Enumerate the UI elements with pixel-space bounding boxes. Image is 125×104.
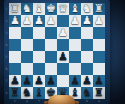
square-g8[interactable]: ♞ [21, 87, 33, 99]
square-f3[interactable] [33, 27, 45, 39]
square-e3[interactable] [45, 27, 57, 39]
game-scene: 12345678 ♜♞♝♚♛♝♞♜♟♟♟♟♟♟♟♟♟♟♟♟♟♟♟♟♜♞♝♚♛♝♞… [0, 0, 125, 104]
square-b8[interactable]: ♞ [81, 87, 93, 99]
square-g2[interactable]: ♟ [21, 15, 33, 27]
file-label-h: h [9, 99, 21, 104]
square-e5[interactable] [45, 51, 57, 63]
piece-wP-b2[interactable]: ♟ [81, 15, 93, 27]
square-b3[interactable] [81, 27, 93, 39]
piece-wQ-d1[interactable]: ♛ [57, 3, 69, 15]
square-a5[interactable] [93, 51, 105, 63]
square-f4[interactable] [33, 39, 45, 51]
piece-wP-c2[interactable]: ♟ [69, 15, 81, 27]
square-b4[interactable] [81, 39, 93, 51]
file-label-a: a [93, 99, 105, 104]
piece-bB-f8[interactable]: ♝ [33, 87, 45, 99]
piece-bN-g8[interactable]: ♞ [21, 87, 33, 99]
square-h4[interactable] [9, 39, 21, 51]
square-h3[interactable] [9, 27, 21, 39]
chess-board[interactable]: ♜♞♝♚♛♝♞♜♟♟♟♟♟♟♟♟♟♟♟♟♟♟♟♟♜♞♝♚♛♝♞♜ [9, 3, 105, 99]
wooden-piece-top [48, 95, 75, 104]
square-c4[interactable] [69, 39, 81, 51]
square-h8[interactable]: ♜ [9, 87, 21, 99]
piece-wP-e2[interactable]: ♟ [45, 15, 57, 27]
square-a8[interactable]: ♜ [93, 87, 105, 99]
square-b5[interactable] [81, 51, 93, 63]
square-d3[interactable]: ♟ [57, 27, 69, 39]
piece-wP-a2[interactable]: ♟ [93, 15, 105, 27]
file-label-b: b [81, 99, 93, 104]
square-g3[interactable] [21, 27, 33, 39]
piece-bP-d5[interactable]: ♟ [57, 51, 69, 63]
square-d5[interactable]: ♟ [57, 51, 69, 63]
square-a4[interactable] [93, 39, 105, 51]
square-e4[interactable] [45, 39, 57, 51]
piece-wP-h2[interactable]: ♟ [9, 15, 21, 27]
piece-wP-g2[interactable]: ♟ [21, 15, 33, 27]
piece-wP-d3[interactable]: ♟ [57, 27, 69, 39]
square-f8[interactable]: ♝ [33, 87, 45, 99]
square-e2[interactable]: ♟ [45, 15, 57, 27]
square-g4[interactable] [21, 39, 33, 51]
piece-wP-f2[interactable]: ♟ [33, 15, 45, 27]
square-c2[interactable]: ♟ [69, 15, 81, 27]
file-label-g: g [21, 99, 33, 104]
square-a3[interactable] [93, 27, 105, 39]
square-d1[interactable]: ♛ [57, 3, 69, 15]
square-h2[interactable]: ♟ [9, 15, 21, 27]
square-a2[interactable]: ♟ [93, 15, 105, 27]
piece-bR-a8[interactable]: ♜ [93, 87, 105, 99]
piece-bR-h8[interactable]: ♜ [9, 87, 21, 99]
piece-bN-b8[interactable]: ♞ [81, 87, 93, 99]
square-c5[interactable] [69, 51, 81, 63]
square-d6[interactable] [57, 63, 69, 75]
square-h5[interactable] [9, 51, 21, 63]
square-b2[interactable]: ♟ [81, 15, 93, 27]
square-c3[interactable] [69, 27, 81, 39]
square-f5[interactable] [33, 51, 45, 63]
square-g5[interactable] [21, 51, 33, 63]
square-f2[interactable]: ♟ [33, 15, 45, 27]
